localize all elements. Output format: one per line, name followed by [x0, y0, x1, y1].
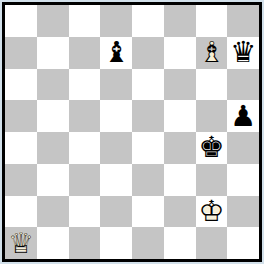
square-a1[interactable]: ♛♕ [5, 227, 37, 259]
square-h6[interactable] [227, 69, 259, 101]
square-d5[interactable] [100, 100, 132, 132]
square-g3[interactable] [196, 164, 228, 196]
square-g8[interactable] [196, 5, 228, 37]
square-c7[interactable] [69, 37, 101, 69]
square-e7[interactable] [132, 37, 164, 69]
white-king: ♚♔ [196, 196, 228, 228]
square-f8[interactable] [164, 5, 196, 37]
square-e1[interactable] [132, 227, 164, 259]
square-e4[interactable] [132, 132, 164, 164]
square-f6[interactable] [164, 69, 196, 101]
square-b2[interactable] [37, 196, 69, 228]
black-king: ♚ [196, 132, 228, 164]
square-b6[interactable] [37, 69, 69, 101]
square-f7[interactable] [164, 37, 196, 69]
square-b5[interactable] [37, 100, 69, 132]
square-c6[interactable] [69, 69, 101, 101]
white-bishop: ♝♗ [196, 37, 228, 69]
white-queen-outline: ♕ [5, 227, 37, 259]
square-e3[interactable] [132, 164, 164, 196]
square-g4[interactable]: ♚ [196, 132, 228, 164]
square-c1[interactable] [69, 227, 101, 259]
square-f4[interactable] [164, 132, 196, 164]
square-g2[interactable]: ♚♔ [196, 196, 228, 228]
square-d8[interactable] [100, 5, 132, 37]
square-a7[interactable] [5, 37, 37, 69]
square-a8[interactable] [5, 5, 37, 37]
square-a6[interactable] [5, 69, 37, 101]
square-e5[interactable] [132, 100, 164, 132]
square-g7[interactable]: ♝♗ [196, 37, 228, 69]
chess-board: ♝♝♗♛♟♚♚♔♛♕ [2, 2, 262, 262]
square-e6[interactable] [132, 69, 164, 101]
square-e8[interactable] [132, 5, 164, 37]
square-h5[interactable]: ♟ [227, 100, 259, 132]
black-bishop: ♝ [100, 37, 132, 69]
square-d2[interactable] [100, 196, 132, 228]
square-d6[interactable] [100, 69, 132, 101]
square-c4[interactable] [69, 132, 101, 164]
square-h2[interactable] [227, 196, 259, 228]
black-pawn: ♟ [227, 100, 259, 132]
black-queen: ♛ [227, 37, 259, 69]
square-d1[interactable] [100, 227, 132, 259]
square-a5[interactable] [5, 100, 37, 132]
square-b7[interactable] [37, 37, 69, 69]
white-king-outline: ♔ [196, 196, 228, 228]
square-c2[interactable] [69, 196, 101, 228]
square-h8[interactable] [227, 5, 259, 37]
square-g6[interactable] [196, 69, 228, 101]
square-h3[interactable] [227, 164, 259, 196]
square-f3[interactable] [164, 164, 196, 196]
white-queen: ♛♕ [5, 227, 37, 259]
square-d4[interactable] [100, 132, 132, 164]
square-f2[interactable] [164, 196, 196, 228]
square-d3[interactable] [100, 164, 132, 196]
square-g1[interactable] [196, 227, 228, 259]
square-b4[interactable] [37, 132, 69, 164]
square-a3[interactable] [5, 164, 37, 196]
square-b3[interactable] [37, 164, 69, 196]
square-e2[interactable] [132, 196, 164, 228]
square-b8[interactable] [37, 5, 69, 37]
square-g5[interactable] [196, 100, 228, 132]
square-c5[interactable] [69, 100, 101, 132]
square-a4[interactable] [5, 132, 37, 164]
square-c8[interactable] [69, 5, 101, 37]
square-b1[interactable] [37, 227, 69, 259]
square-f1[interactable] [164, 227, 196, 259]
square-c3[interactable] [69, 164, 101, 196]
square-f5[interactable] [164, 100, 196, 132]
white-bishop-outline: ♗ [196, 37, 228, 69]
square-h7[interactable]: ♛ [227, 37, 259, 69]
square-h4[interactable] [227, 132, 259, 164]
square-a2[interactable] [5, 196, 37, 228]
square-d7[interactable]: ♝ [100, 37, 132, 69]
square-h1[interactable] [227, 227, 259, 259]
chess-board-frame: ♝♝♗♛♟♚♚♔♛♕ [0, 0, 264, 264]
